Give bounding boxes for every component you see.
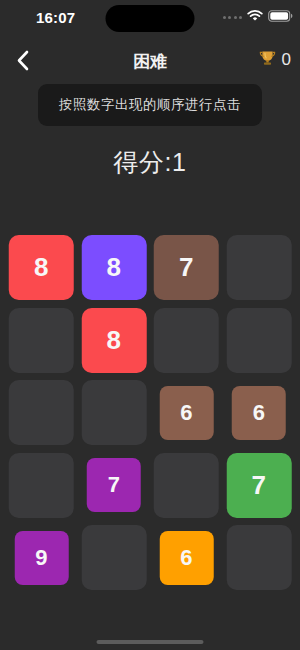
tile-r4c2-6[interactable]: 6: [154, 525, 219, 590]
status-bar: 16:07: [0, 0, 300, 36]
status-icons: [223, 10, 294, 24]
tile-body: 7: [87, 458, 141, 512]
tile-number: 7: [179, 252, 193, 283]
app-screen: 16:07: [0, 0, 300, 650]
instruction-text: 按照数字出现的顺序进行点击: [59, 96, 241, 114]
tile-r3c3-7[interactable]: 7: [226, 453, 291, 518]
tile-body: 6: [232, 386, 286, 440]
cell-r0c3-empty[interactable]: [226, 235, 291, 300]
clock-text: 16:07: [36, 9, 75, 26]
tile-number: 7: [252, 470, 266, 501]
game-board: 8878667796: [9, 235, 292, 590]
cell-r1c2-empty[interactable]: [154, 308, 219, 373]
tile-number: 8: [107, 325, 121, 356]
tile-r4c0-9[interactable]: 9: [9, 525, 74, 590]
tile-r2c2-6[interactable]: 6: [154, 380, 219, 445]
tile-r0c2-7[interactable]: 7: [154, 235, 219, 300]
cell-r2c1-empty[interactable]: [81, 380, 146, 445]
score-text: 得分:1: [0, 146, 300, 179]
cell-r4c1-empty[interactable]: [81, 525, 146, 590]
page-title: 困难: [0, 50, 300, 73]
tile-r0c0-8[interactable]: 8: [9, 235, 74, 300]
cell-r4c3-empty[interactable]: [226, 525, 291, 590]
tile-body: 9: [14, 531, 68, 585]
wifi-icon: [247, 8, 263, 26]
battery-icon: [268, 8, 293, 26]
tile-number: 6: [253, 400, 265, 426]
trophy-count: 0: [282, 50, 291, 70]
tile-body: 6: [159, 531, 213, 585]
tile-number: 9: [35, 545, 47, 571]
instruction-banner: 按照数字出现的顺序进行点击: [38, 84, 262, 126]
cell-r3c2-empty[interactable]: [154, 453, 219, 518]
trophy-icon: [259, 49, 276, 70]
cell-r1c3-empty[interactable]: [226, 308, 291, 373]
home-indicator[interactable]: [97, 640, 204, 645]
tile-r2c3-6[interactable]: 6: [226, 380, 291, 445]
tile-r1c1-8[interactable]: 8: [81, 308, 146, 373]
tile-r0c1-8[interactable]: 8: [81, 235, 146, 300]
tile-number: 8: [107, 252, 121, 283]
cell-r2c0-empty[interactable]: [9, 380, 74, 445]
cell-r3c0-empty[interactable]: [9, 453, 74, 518]
tile-number: 6: [180, 400, 192, 426]
tile-number: 8: [34, 252, 48, 283]
cellular-dots-icon: [223, 16, 243, 19]
nav-bar: 困难 0: [0, 45, 300, 79]
tile-body: 6: [159, 386, 213, 440]
tile-r3c1-7[interactable]: 7: [81, 453, 146, 518]
dynamic-island: [106, 5, 195, 32]
trophy-counter: 0: [259, 49, 291, 70]
tile-number: 7: [108, 472, 120, 498]
tile-number: 6: [180, 545, 192, 571]
cell-r1c0-empty[interactable]: [9, 308, 74, 373]
